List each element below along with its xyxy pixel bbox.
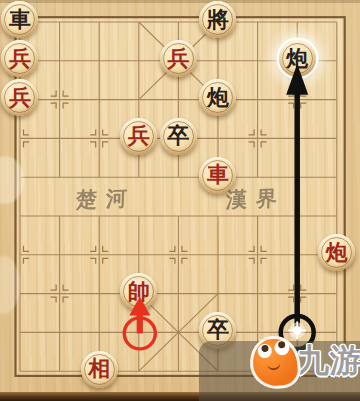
piece-red-elephant[interactable]: 相 xyxy=(81,351,118,388)
piece-black-soldier[interactable]: 卒 xyxy=(160,118,197,155)
piece-red-soldier[interactable]: 兵 xyxy=(160,40,197,77)
mascot-eye-icon xyxy=(257,343,272,358)
xiangqi-app: 楚河 漢界 車將炮炮卒卒兵兵兵兵車炮帥相 九游 xyxy=(0,0,360,401)
mascot-mouth-icon xyxy=(267,360,281,370)
piece-black-cannon[interactable]: 炮 xyxy=(279,40,316,77)
river-label-chu-he: 楚河 xyxy=(75,184,136,214)
piece-glyph: 兵 xyxy=(128,124,150,146)
piece-glyph: 兵 xyxy=(9,47,31,69)
piece-glyph: 炮 xyxy=(326,241,348,263)
piece-black-general[interactable]: 將 xyxy=(199,1,236,38)
piece-red-general[interactable]: 帥 xyxy=(120,273,157,310)
board-top-shade xyxy=(0,0,360,3)
river-label-han-jie: 漢界 xyxy=(225,184,286,214)
piece-glyph: 兵 xyxy=(167,47,189,69)
piece-glyph: 帥 xyxy=(128,280,150,302)
piece-glyph: 卒 xyxy=(207,318,229,340)
piece-glyph: 炮 xyxy=(286,47,308,69)
piece-red-soldier[interactable]: 兵 xyxy=(1,40,38,77)
piece-glyph: 相 xyxy=(88,357,110,379)
piece-glyph: 卒 xyxy=(167,124,189,146)
mascot-eye-icon xyxy=(274,339,290,355)
piece-glyph: 將 xyxy=(207,8,229,30)
piece-glyph: 兵 xyxy=(9,86,31,108)
piece-glyph: 車 xyxy=(9,8,31,30)
piece-glyph: 車 xyxy=(207,163,229,185)
piece-red-chariot[interactable]: 車 xyxy=(199,157,236,194)
watermark-text: 九游 xyxy=(297,343,360,378)
piece-glyph: 炮 xyxy=(207,86,229,108)
piece-red-soldier[interactable]: 兵 xyxy=(120,118,157,155)
piece-black-cannon[interactable]: 炮 xyxy=(199,79,236,116)
piece-red-cannon[interactable]: 炮 xyxy=(318,234,355,271)
piece-black-chariot[interactable]: 車 xyxy=(1,1,38,38)
piece-red-soldier[interactable]: 兵 xyxy=(1,79,38,116)
